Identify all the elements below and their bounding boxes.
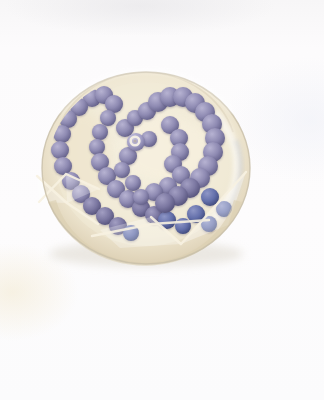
- scene-canvas: [0, 0, 324, 400]
- bead: [89, 139, 105, 155]
- bead: [133, 189, 149, 205]
- bead: [51, 141, 69, 159]
- bead: [92, 124, 108, 140]
- bead-hole-pit: [133, 139, 136, 142]
- bead: [114, 162, 130, 178]
- bead: [125, 175, 141, 191]
- bead: [100, 110, 116, 126]
- photo-beads-in-trinket-box: [0, 0, 324, 400]
- bead: [155, 193, 175, 213]
